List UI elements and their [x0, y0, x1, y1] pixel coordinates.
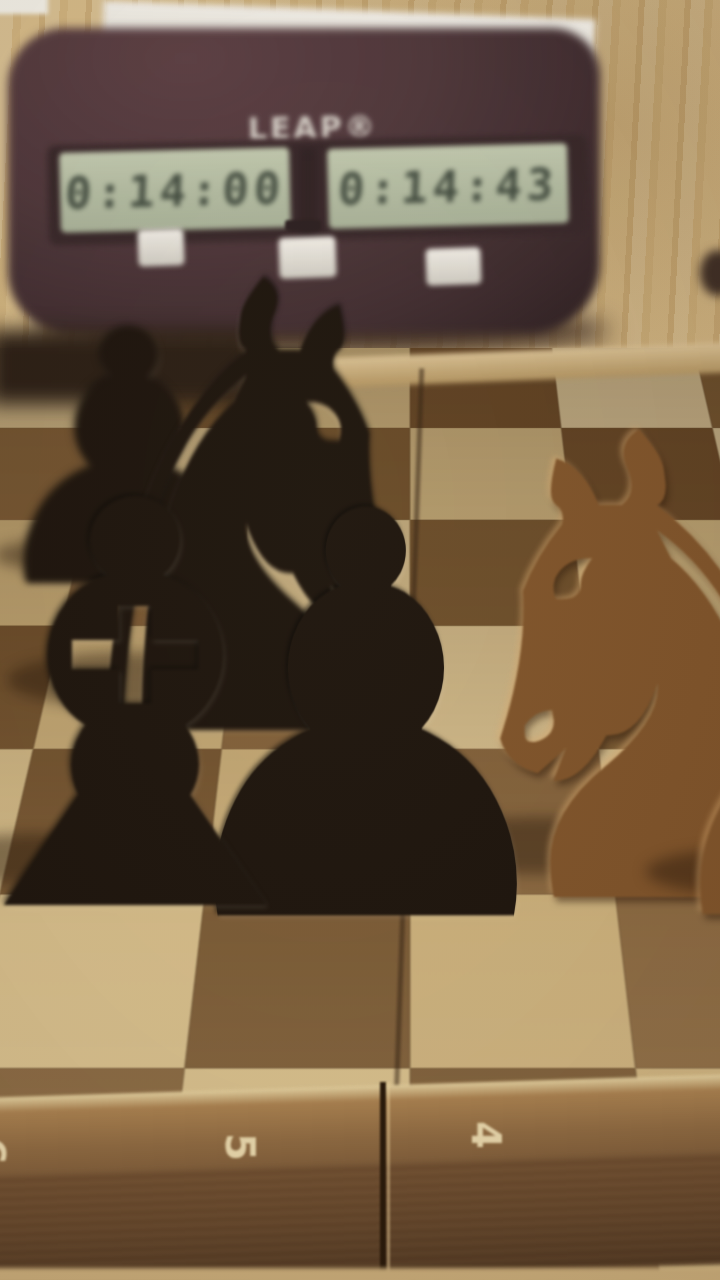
black-bishop-f6[interactable]: ♝: [0, 431, 386, 991]
paper-corner: [0, 0, 48, 14]
white-pawn-e3[interactable]: ♟: [627, 474, 720, 994]
board-seam-front: [380, 1082, 386, 1278]
chess-game-photo: LEAP® 0:14:00 0:14:43 ♟♞♝♟♞♝♟ 6 5 4: [0, 0, 720, 1280]
board-front-face: [0, 1152, 720, 1280]
